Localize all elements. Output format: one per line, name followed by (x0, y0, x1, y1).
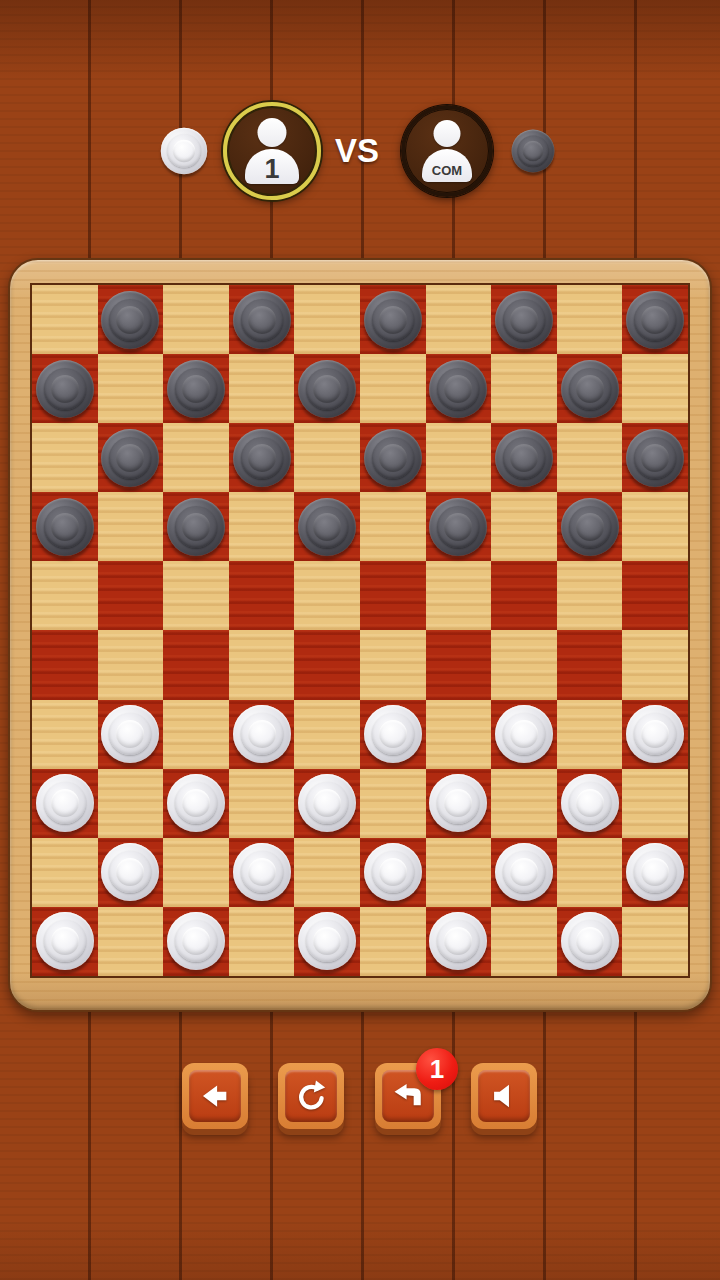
board-square[interactable] (163, 285, 229, 354)
person-icon: COM (419, 120, 475, 182)
board-square[interactable] (294, 492, 360, 561)
white-piece[interactable] (561, 912, 619, 970)
board-square[interactable] (360, 354, 426, 423)
board-square[interactable] (426, 561, 492, 630)
board-square[interactable] (557, 423, 623, 492)
restart-button[interactable] (278, 1063, 344, 1129)
back-button[interactable] (182, 1063, 248, 1129)
board-square[interactable] (163, 700, 229, 769)
player1-label: 1 (264, 154, 279, 184)
board-square[interactable] (229, 423, 295, 492)
board-square[interactable] (426, 769, 492, 838)
board-square[interactable] (491, 907, 557, 976)
board-square[interactable] (98, 354, 164, 423)
board-square[interactable] (557, 630, 623, 699)
wood-background: { "game": "checkers", "variant": "intern… (0, 0, 720, 1280)
board-square[interactable] (163, 838, 229, 907)
black-piece[interactable] (561, 498, 619, 556)
board-square[interactable] (294, 285, 360, 354)
board-square[interactable] (294, 630, 360, 699)
board-square[interactable] (163, 492, 229, 561)
board-square[interactable] (491, 630, 557, 699)
black-piece[interactable] (495, 429, 553, 487)
black-piece[interactable] (626, 429, 684, 487)
white-piece[interactable] (36, 912, 94, 970)
board-square[interactable] (32, 492, 98, 561)
board-square[interactable] (163, 561, 229, 630)
black-piece[interactable] (495, 291, 553, 349)
board-square[interactable] (229, 285, 295, 354)
black-piece[interactable] (429, 498, 487, 556)
board-square[interactable] (98, 907, 164, 976)
board-square[interactable] (98, 285, 164, 354)
board-square[interactable] (557, 838, 623, 907)
black-piece[interactable] (101, 429, 159, 487)
black-piece[interactable] (101, 291, 159, 349)
button-face (285, 1070, 337, 1122)
player2-color-piece (512, 130, 555, 173)
board-square[interactable] (622, 700, 688, 769)
board-square[interactable] (491, 423, 557, 492)
board-square[interactable] (229, 561, 295, 630)
vs-label: VS (322, 132, 392, 170)
sound-button[interactable] (471, 1063, 537, 1129)
match-header: 1 VS COM (0, 0, 720, 230)
white-piece[interactable] (495, 843, 553, 901)
board-square[interactable] (98, 769, 164, 838)
white-piece[interactable] (429, 774, 487, 832)
board-square[interactable] (622, 769, 688, 838)
board-square[interactable] (163, 769, 229, 838)
white-piece[interactable] (233, 705, 291, 763)
board-square[interactable] (557, 354, 623, 423)
control-bar: 1 (0, 1063, 720, 1153)
white-piece[interactable] (561, 774, 619, 832)
board-square[interactable] (32, 907, 98, 976)
back-arrow-icon (198, 1079, 232, 1113)
player1-avatar: 1 (223, 102, 321, 200)
board-square[interactable] (491, 561, 557, 630)
undo-icon (391, 1079, 425, 1113)
white-piece[interactable] (364, 843, 422, 901)
black-piece[interactable] (233, 429, 291, 487)
board-square[interactable] (32, 630, 98, 699)
board-square[interactable] (294, 423, 360, 492)
white-piece[interactable] (364, 705, 422, 763)
board (30, 283, 690, 978)
board-square[interactable] (360, 700, 426, 769)
board-square[interactable] (294, 769, 360, 838)
board-square[interactable] (622, 354, 688, 423)
board-square[interactable] (622, 492, 688, 561)
board-square[interactable] (163, 354, 229, 423)
board-square[interactable] (491, 769, 557, 838)
board-square[interactable] (294, 561, 360, 630)
board-square[interactable] (426, 492, 492, 561)
board-square[interactable] (622, 907, 688, 976)
board-square[interactable] (229, 492, 295, 561)
board-square[interactable] (360, 561, 426, 630)
board-square[interactable] (360, 423, 426, 492)
board-square[interactable] (491, 285, 557, 354)
board-square[interactable] (32, 285, 98, 354)
board-square[interactable] (229, 630, 295, 699)
board-square[interactable] (163, 423, 229, 492)
board-square[interactable] (426, 838, 492, 907)
board-square[interactable] (557, 492, 623, 561)
board-square[interactable] (360, 492, 426, 561)
white-piece[interactable] (298, 774, 356, 832)
board-square[interactable] (557, 561, 623, 630)
undo-badge: 1 (416, 1048, 458, 1090)
board-square[interactable] (98, 838, 164, 907)
black-piece[interactable] (429, 360, 487, 418)
white-piece[interactable] (167, 774, 225, 832)
white-piece[interactable] (495, 705, 553, 763)
board-square[interactable] (229, 700, 295, 769)
board-square[interactable] (229, 838, 295, 907)
board-square[interactable] (622, 838, 688, 907)
black-piece[interactable] (364, 291, 422, 349)
white-piece[interactable] (36, 774, 94, 832)
board-square[interactable] (32, 700, 98, 769)
board-square[interactable] (360, 907, 426, 976)
board-square[interactable] (426, 354, 492, 423)
black-piece[interactable] (298, 498, 356, 556)
black-piece[interactable] (561, 360, 619, 418)
board-square[interactable] (426, 423, 492, 492)
board-square[interactable] (426, 700, 492, 769)
board-square[interactable] (98, 630, 164, 699)
white-piece[interactable] (626, 843, 684, 901)
white-piece[interactable] (233, 843, 291, 901)
board-square[interactable] (491, 700, 557, 769)
white-piece[interactable] (167, 912, 225, 970)
board-square[interactable] (294, 838, 360, 907)
board-square[interactable] (491, 354, 557, 423)
board-square[interactable] (622, 423, 688, 492)
white-piece[interactable] (298, 912, 356, 970)
person-head (258, 118, 287, 147)
player1-color-piece (161, 128, 207, 174)
button-face (478, 1070, 530, 1122)
person-torso: 1 (245, 149, 299, 184)
player2-avatar: COM (401, 105, 493, 197)
black-piece[interactable] (233, 291, 291, 349)
black-piece[interactable] (626, 291, 684, 349)
board-square[interactable] (360, 769, 426, 838)
board-square[interactable] (557, 769, 623, 838)
black-piece[interactable] (36, 498, 94, 556)
player2-label: COM (432, 160, 462, 182)
board-square[interactable] (163, 630, 229, 699)
restart-icon (294, 1079, 328, 1113)
board-square[interactable] (294, 354, 360, 423)
white-piece[interactable] (429, 912, 487, 970)
white-piece[interactable] (101, 705, 159, 763)
white-piece[interactable] (101, 843, 159, 901)
undo-button[interactable]: 1 (375, 1063, 441, 1129)
black-piece[interactable] (364, 429, 422, 487)
board-square[interactable] (360, 285, 426, 354)
person-torso: COM (422, 149, 472, 182)
board-square[interactable] (163, 907, 229, 976)
black-piece[interactable] (167, 498, 225, 556)
board-square[interactable] (491, 492, 557, 561)
board-square[interactable] (426, 630, 492, 699)
button-face (189, 1070, 241, 1122)
board-square[interactable] (557, 285, 623, 354)
board-square[interactable] (360, 838, 426, 907)
board-square[interactable] (360, 630, 426, 699)
board-square[interactable] (229, 907, 295, 976)
black-piece[interactable] (167, 360, 225, 418)
board-square[interactable] (294, 907, 360, 976)
black-piece[interactable] (36, 360, 94, 418)
board-square[interactable] (622, 285, 688, 354)
board-square[interactable] (294, 700, 360, 769)
board-square[interactable] (98, 423, 164, 492)
board-square[interactable] (98, 700, 164, 769)
board-square[interactable] (32, 561, 98, 630)
black-piece[interactable] (298, 360, 356, 418)
person-icon: 1 (242, 118, 302, 184)
board-square[interactable] (32, 769, 98, 838)
board-square[interactable] (557, 700, 623, 769)
board-square[interactable] (32, 423, 98, 492)
board-square[interactable] (229, 769, 295, 838)
white-piece[interactable] (626, 705, 684, 763)
board-square[interactable] (98, 561, 164, 630)
board-square[interactable] (426, 907, 492, 976)
board-square[interactable] (98, 492, 164, 561)
board-square[interactable] (32, 354, 98, 423)
speaker-icon (487, 1079, 521, 1113)
board-frame (8, 258, 712, 1012)
board-square[interactable] (557, 907, 623, 976)
board-square[interactable] (229, 354, 295, 423)
board-square[interactable] (491, 838, 557, 907)
board-square[interactable] (622, 630, 688, 699)
board-square[interactable] (426, 285, 492, 354)
board-square[interactable] (622, 561, 688, 630)
board-square[interactable] (32, 838, 98, 907)
person-head (434, 120, 461, 147)
